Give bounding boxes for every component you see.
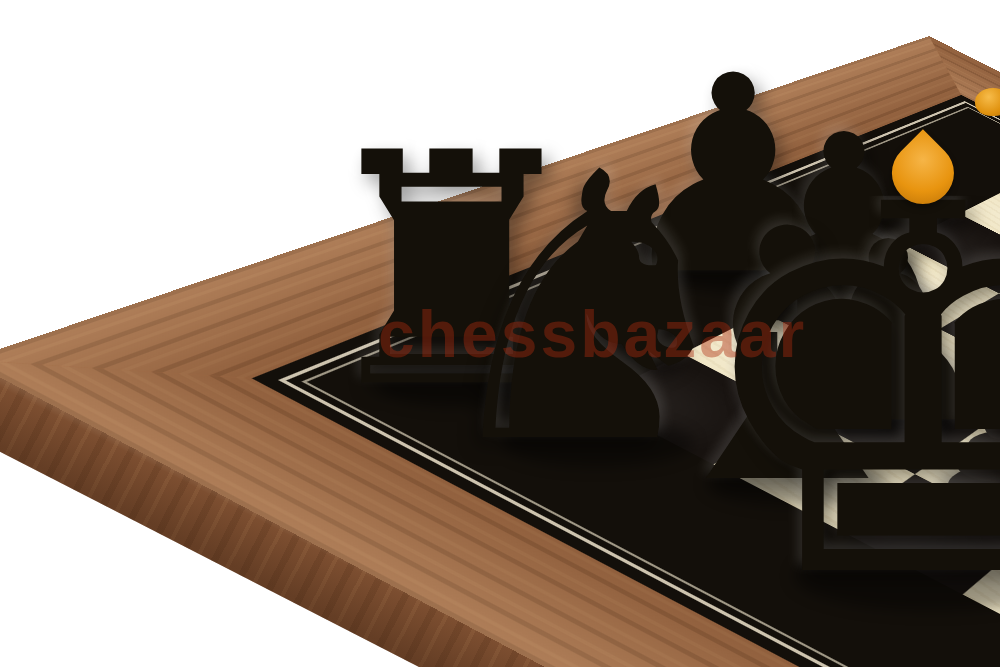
piece-knight[interactable]: ♞: [423, 125, 754, 494]
photo-frame: ♜♞♟♟♝♟♚ chessbazaar: [0, 0, 1000, 667]
pieces-layer: ♜♞♟♟♝♟♚: [0, 0, 1000, 667]
partial-gold-piece: [975, 88, 1000, 116]
